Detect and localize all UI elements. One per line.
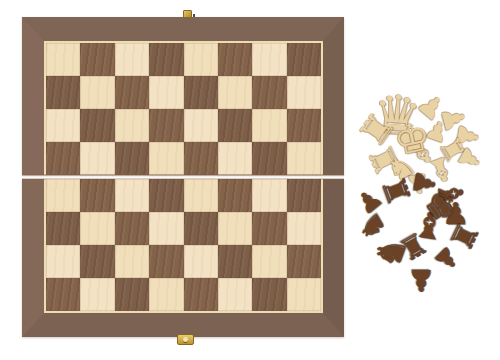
black-pawn[interactable]: ♟ — [408, 265, 435, 295]
piece-piles: ♛♜♜♟♟♟♟♜♟♝♝♞♟♚ ♜♟♝♟♟♝♜♞♜♟♚♞♟ — [0, 0, 500, 360]
photo-canvas: ♛♜♜♟♟♟♟♜♟♝♝♞♟♚ ♜♟♝♟♟♝♜♞♜♟♚♞♟ — [0, 0, 500, 360]
